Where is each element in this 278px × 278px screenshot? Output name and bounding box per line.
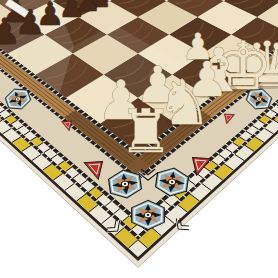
chessboard-photo: ♟♟♟♟♟♟♟♟♟♛♚♝♟♟♟♞♜ xyxy=(0,0,278,278)
product-photo: ♟♟♟♟♟♟♟♟♟♛♚♝♟♟♟♞♜ xyxy=(0,0,278,278)
black-pawn[interactable]: ♟ xyxy=(0,11,21,52)
white-rook[interactable]: ♜ xyxy=(119,96,173,166)
